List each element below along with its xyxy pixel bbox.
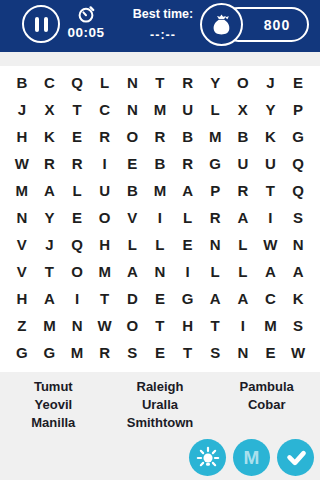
- grid-cell-r4c9[interactable]: U: [229, 150, 257, 177]
- grid-cell-r8c8[interactable]: L: [201, 258, 229, 285]
- grid-cell-r3c9[interactable]: B: [229, 123, 257, 150]
- best-time: Best time: --:--: [125, 7, 201, 42]
- stopwatch-icon: [76, 4, 96, 24]
- grid-cell-r1c11[interactable]: E: [284, 69, 312, 96]
- grid-cell-r9c2[interactable]: A: [36, 285, 64, 312]
- grid-cell-r3c6[interactable]: R: [146, 123, 174, 150]
- grid-cell-r10c3[interactable]: N: [63, 312, 91, 339]
- word-search-screen: 00:05 Best time: --:-- 800 BCQLNTRYOJEJX…: [0, 0, 320, 480]
- grid-cell-r10c7[interactable]: H: [174, 312, 202, 339]
- grid-cell-r1c9[interactable]: O: [229, 69, 257, 96]
- grid-cell-r11c10[interactable]: E: [257, 339, 285, 366]
- grid-cell-r8c11[interactable]: A: [284, 258, 312, 285]
- word-cobar: Cobar: [213, 396, 320, 414]
- grid-cell-r11c6[interactable]: E: [146, 339, 174, 366]
- grid-cell-r7c7[interactable]: E: [174, 231, 202, 258]
- grid-cell-r5c9[interactable]: R: [229, 177, 257, 204]
- grid-cell-r10c5[interactable]: O: [119, 312, 147, 339]
- m-button-label: M: [244, 448, 260, 467]
- top-bar: 00:05 Best time: --:-- 800: [0, 0, 320, 52]
- grid-cell-r5c1[interactable]: M: [8, 177, 36, 204]
- grid-cell-r9c7[interactable]: G: [174, 285, 202, 312]
- grid-cell-r4c7[interactable]: R: [174, 150, 202, 177]
- grid-cell-r4c4[interactable]: I: [91, 150, 119, 177]
- check-icon: [283, 445, 309, 471]
- grid-cell-r6c2[interactable]: Y: [36, 204, 64, 231]
- grid-cell-r8c4[interactable]: M: [91, 258, 119, 285]
- grid-cell-r4c1[interactable]: W: [8, 150, 36, 177]
- grid-cell-r7c11[interactable]: N: [284, 231, 312, 258]
- grid-cell-r3c4[interactable]: R: [91, 123, 119, 150]
- grid-cell-r10c1[interactable]: Z: [8, 312, 36, 339]
- grid-cell-r1c5[interactable]: N: [119, 69, 147, 96]
- grid-cell-r7c6[interactable]: L: [146, 231, 174, 258]
- grid-cell-r2c1[interactable]: J: [8, 96, 36, 123]
- grid-cell-r9c3[interactable]: I: [63, 285, 91, 312]
- word-manilla: Manilla: [0, 414, 107, 432]
- grid-cell-r9c8[interactable]: A: [201, 285, 229, 312]
- grid-cell-r1c7[interactable]: R: [174, 69, 202, 96]
- grid-cell-r9c5[interactable]: D: [119, 285, 147, 312]
- grid-cell-r5c7[interactable]: A: [174, 177, 202, 204]
- grid-cell-r9c6[interactable]: E: [146, 285, 174, 312]
- grid-cell-r2c10[interactable]: Y: [257, 96, 285, 123]
- grid-cell-r1c6[interactable]: T: [146, 69, 174, 96]
- letter-grid-panel: BCQLNTRYOJEJXTCNMULXYPHKERORBMBKGWRRIEBR…: [0, 66, 320, 372]
- letter-grid: BCQLNTRYOJEJXTCNMULXYPHKERORBMBKGWRRIEBR…: [8, 69, 312, 366]
- grid-cell-r2c11[interactable]: P: [284, 96, 312, 123]
- grid-cell-r2c3[interactable]: T: [63, 96, 91, 123]
- timer: 00:05: [62, 2, 110, 40]
- grid-cell-r10c11[interactable]: S: [284, 312, 312, 339]
- word-uralla: Uralla: [107, 396, 214, 414]
- word-pambula: Pambula: [213, 378, 320, 396]
- grid-cell-r2c5[interactable]: N: [119, 96, 147, 123]
- grid-cell-r3c1[interactable]: H: [8, 123, 36, 150]
- grid-cell-r4c5[interactable]: E: [119, 150, 147, 177]
- grid-cell-r7c8[interactable]: N: [201, 231, 229, 258]
- word-yeovil: Yeovil: [0, 396, 107, 414]
- grid-cell-r9c4[interactable]: T: [91, 285, 119, 312]
- grid-cell-r6c6[interactable]: I: [146, 204, 174, 231]
- grid-cell-r4c8[interactable]: G: [201, 150, 229, 177]
- grid-cell-r1c8[interactable]: Y: [201, 69, 229, 96]
- grid-cell-r3c8[interactable]: M: [201, 123, 229, 150]
- grid-cell-r11c1[interactable]: G: [8, 339, 36, 366]
- grid-cell-r3c3[interactable]: E: [63, 123, 91, 150]
- coin-circle: [200, 3, 243, 46]
- pause-icon: [35, 17, 39, 32]
- grid-cell-r2c2[interactable]: X: [36, 96, 64, 123]
- action-buttons: M: [189, 439, 314, 476]
- grid-cell-r7c5[interactable]: L: [119, 231, 147, 258]
- grid-cell-r5c8[interactable]: P: [201, 177, 229, 204]
- grid-cell-r4c11[interactable]: Q: [284, 150, 312, 177]
- money-bag-icon: [208, 11, 235, 38]
- lightbulb-icon: [195, 445, 221, 471]
- grid-cell-r10c9[interactable]: I: [229, 312, 257, 339]
- grid-cell-r11c2[interactable]: G: [36, 339, 64, 366]
- grid-cell-r11c9[interactable]: N: [229, 339, 257, 366]
- grid-cell-r8c3[interactable]: O: [63, 258, 91, 285]
- grid-cell-r1c3[interactable]: Q: [63, 69, 91, 96]
- grid-cell-r4c3[interactable]: R: [63, 150, 91, 177]
- grid-cell-r9c9[interactable]: A: [229, 285, 257, 312]
- grid-cell-r6c11[interactable]: S: [284, 204, 312, 231]
- grid-cell-r2c8[interactable]: L: [201, 96, 229, 123]
- grid-cell-r7c4[interactable]: H: [91, 231, 119, 258]
- grid-cell-r4c2[interactable]: R: [36, 150, 64, 177]
- grid-cell-r7c9[interactable]: L: [229, 231, 257, 258]
- hint-button[interactable]: [189, 439, 226, 476]
- grid-cell-r9c11[interactable]: K: [284, 285, 312, 312]
- grid-cell-r8c10[interactable]: A: [257, 258, 285, 285]
- grid-cell-r7c3[interactable]: Q: [63, 231, 91, 258]
- grid-cell-r6c1[interactable]: N: [8, 204, 36, 231]
- grid-cell-r2c9[interactable]: X: [229, 96, 257, 123]
- grid-cell-r6c9[interactable]: A: [229, 204, 257, 231]
- grid-cell-r8c9[interactable]: L: [229, 258, 257, 285]
- grid-cell-r10c6[interactable]: T: [146, 312, 174, 339]
- word-smithtown: Smithtown: [107, 414, 214, 432]
- grid-cell-r3c10[interactable]: K: [257, 123, 285, 150]
- grid-cell-r2c6[interactable]: M: [146, 96, 174, 123]
- grid-cell-r4c6[interactable]: B: [146, 150, 174, 177]
- grid-cell-r11c11[interactable]: W: [284, 339, 312, 366]
- grid-cell-r7c1[interactable]: V: [8, 231, 36, 258]
- grid-cell-r1c4[interactable]: L: [91, 69, 119, 96]
- check-button[interactable]: [277, 439, 314, 476]
- word-raleigh: Raleigh: [107, 378, 214, 396]
- grid-cell-r5c3[interactable]: L: [63, 177, 91, 204]
- grid-cell-r9c1[interactable]: H: [8, 285, 36, 312]
- grid-cell-r10c8[interactable]: T: [201, 312, 229, 339]
- grid-cell-r6c3[interactable]: E: [63, 204, 91, 231]
- grid-cell-r6c7[interactable]: L: [174, 204, 202, 231]
- grid-cell-r8c6[interactable]: N: [146, 258, 174, 285]
- coin-counter[interactable]: 800: [200, 3, 309, 46]
- grid-cell-r7c10[interactable]: W: [257, 231, 285, 258]
- grid-cell-r8c7[interactable]: I: [174, 258, 202, 285]
- grid-cell-r11c3[interactable]: M: [63, 339, 91, 366]
- grid-cell-r7c2[interactable]: J: [36, 231, 64, 258]
- best-time-label: Best time:: [125, 7, 201, 21]
- pause-button[interactable]: [22, 5, 60, 43]
- best-time-value: --:--: [125, 28, 201, 42]
- grid-cell-r1c2[interactable]: C: [36, 69, 64, 96]
- grid-cell-r3c5[interactable]: O: [119, 123, 147, 150]
- word-tumut: Tumut: [0, 378, 107, 396]
- grid-cell-r1c1[interactable]: B: [8, 69, 36, 96]
- grid-cell-r11c7[interactable]: T: [174, 339, 202, 366]
- grid-cell-r5c10[interactable]: T: [257, 177, 285, 204]
- grid-cell-r9c10[interactable]: C: [257, 285, 285, 312]
- grid-cell-r11c5[interactable]: S: [119, 339, 147, 366]
- grid-cell-r3c7[interactable]: B: [174, 123, 202, 150]
- grid-cell-r4c10[interactable]: U: [257, 150, 285, 177]
- pause-icon: [44, 17, 48, 32]
- grid-cell-r6c10[interactable]: I: [257, 204, 285, 231]
- grid-cell-r3c2[interactable]: K: [36, 123, 64, 150]
- grid-cell-r5c6[interactable]: M: [146, 177, 174, 204]
- grid-cell-r8c5[interactable]: A: [119, 258, 147, 285]
- grid-cell-r11c8[interactable]: S: [201, 339, 229, 366]
- grid-cell-r5c2[interactable]: A: [36, 177, 64, 204]
- grid-cell-r10c10[interactable]: M: [257, 312, 285, 339]
- grid-cell-r8c1[interactable]: V: [8, 258, 36, 285]
- grid-cell-r6c5[interactable]: V: [119, 204, 147, 231]
- grid-cell-r8c2[interactable]: T: [36, 258, 64, 285]
- coin-count: 800: [264, 17, 290, 33]
- grid-cell-r10c2[interactable]: M: [36, 312, 64, 339]
- m-button[interactable]: M: [233, 439, 270, 476]
- grid-cell-r6c4[interactable]: O: [91, 204, 119, 231]
- grid-cell-r2c4[interactable]: C: [91, 96, 119, 123]
- grid-cell-r1c10[interactable]: J: [257, 69, 285, 96]
- grid-cell-r11c4[interactable]: R: [91, 339, 119, 366]
- grid-cell-r5c4[interactable]: U: [91, 177, 119, 204]
- grid-cell-r6c8[interactable]: R: [201, 204, 229, 231]
- grid-cell-r3c11[interactable]: G: [284, 123, 312, 150]
- grid-cell-r5c11[interactable]: Q: [284, 177, 312, 204]
- grid-cell-r5c5[interactable]: B: [119, 177, 147, 204]
- word-list: TumutRaleighPambulaYeovilUrallaCobarMani…: [0, 378, 320, 432]
- grid-cell-r10c4[interactable]: W: [91, 312, 119, 339]
- grid-cell-r2c7[interactable]: U: [174, 96, 202, 123]
- timer-value: 00:05: [62, 25, 110, 40]
